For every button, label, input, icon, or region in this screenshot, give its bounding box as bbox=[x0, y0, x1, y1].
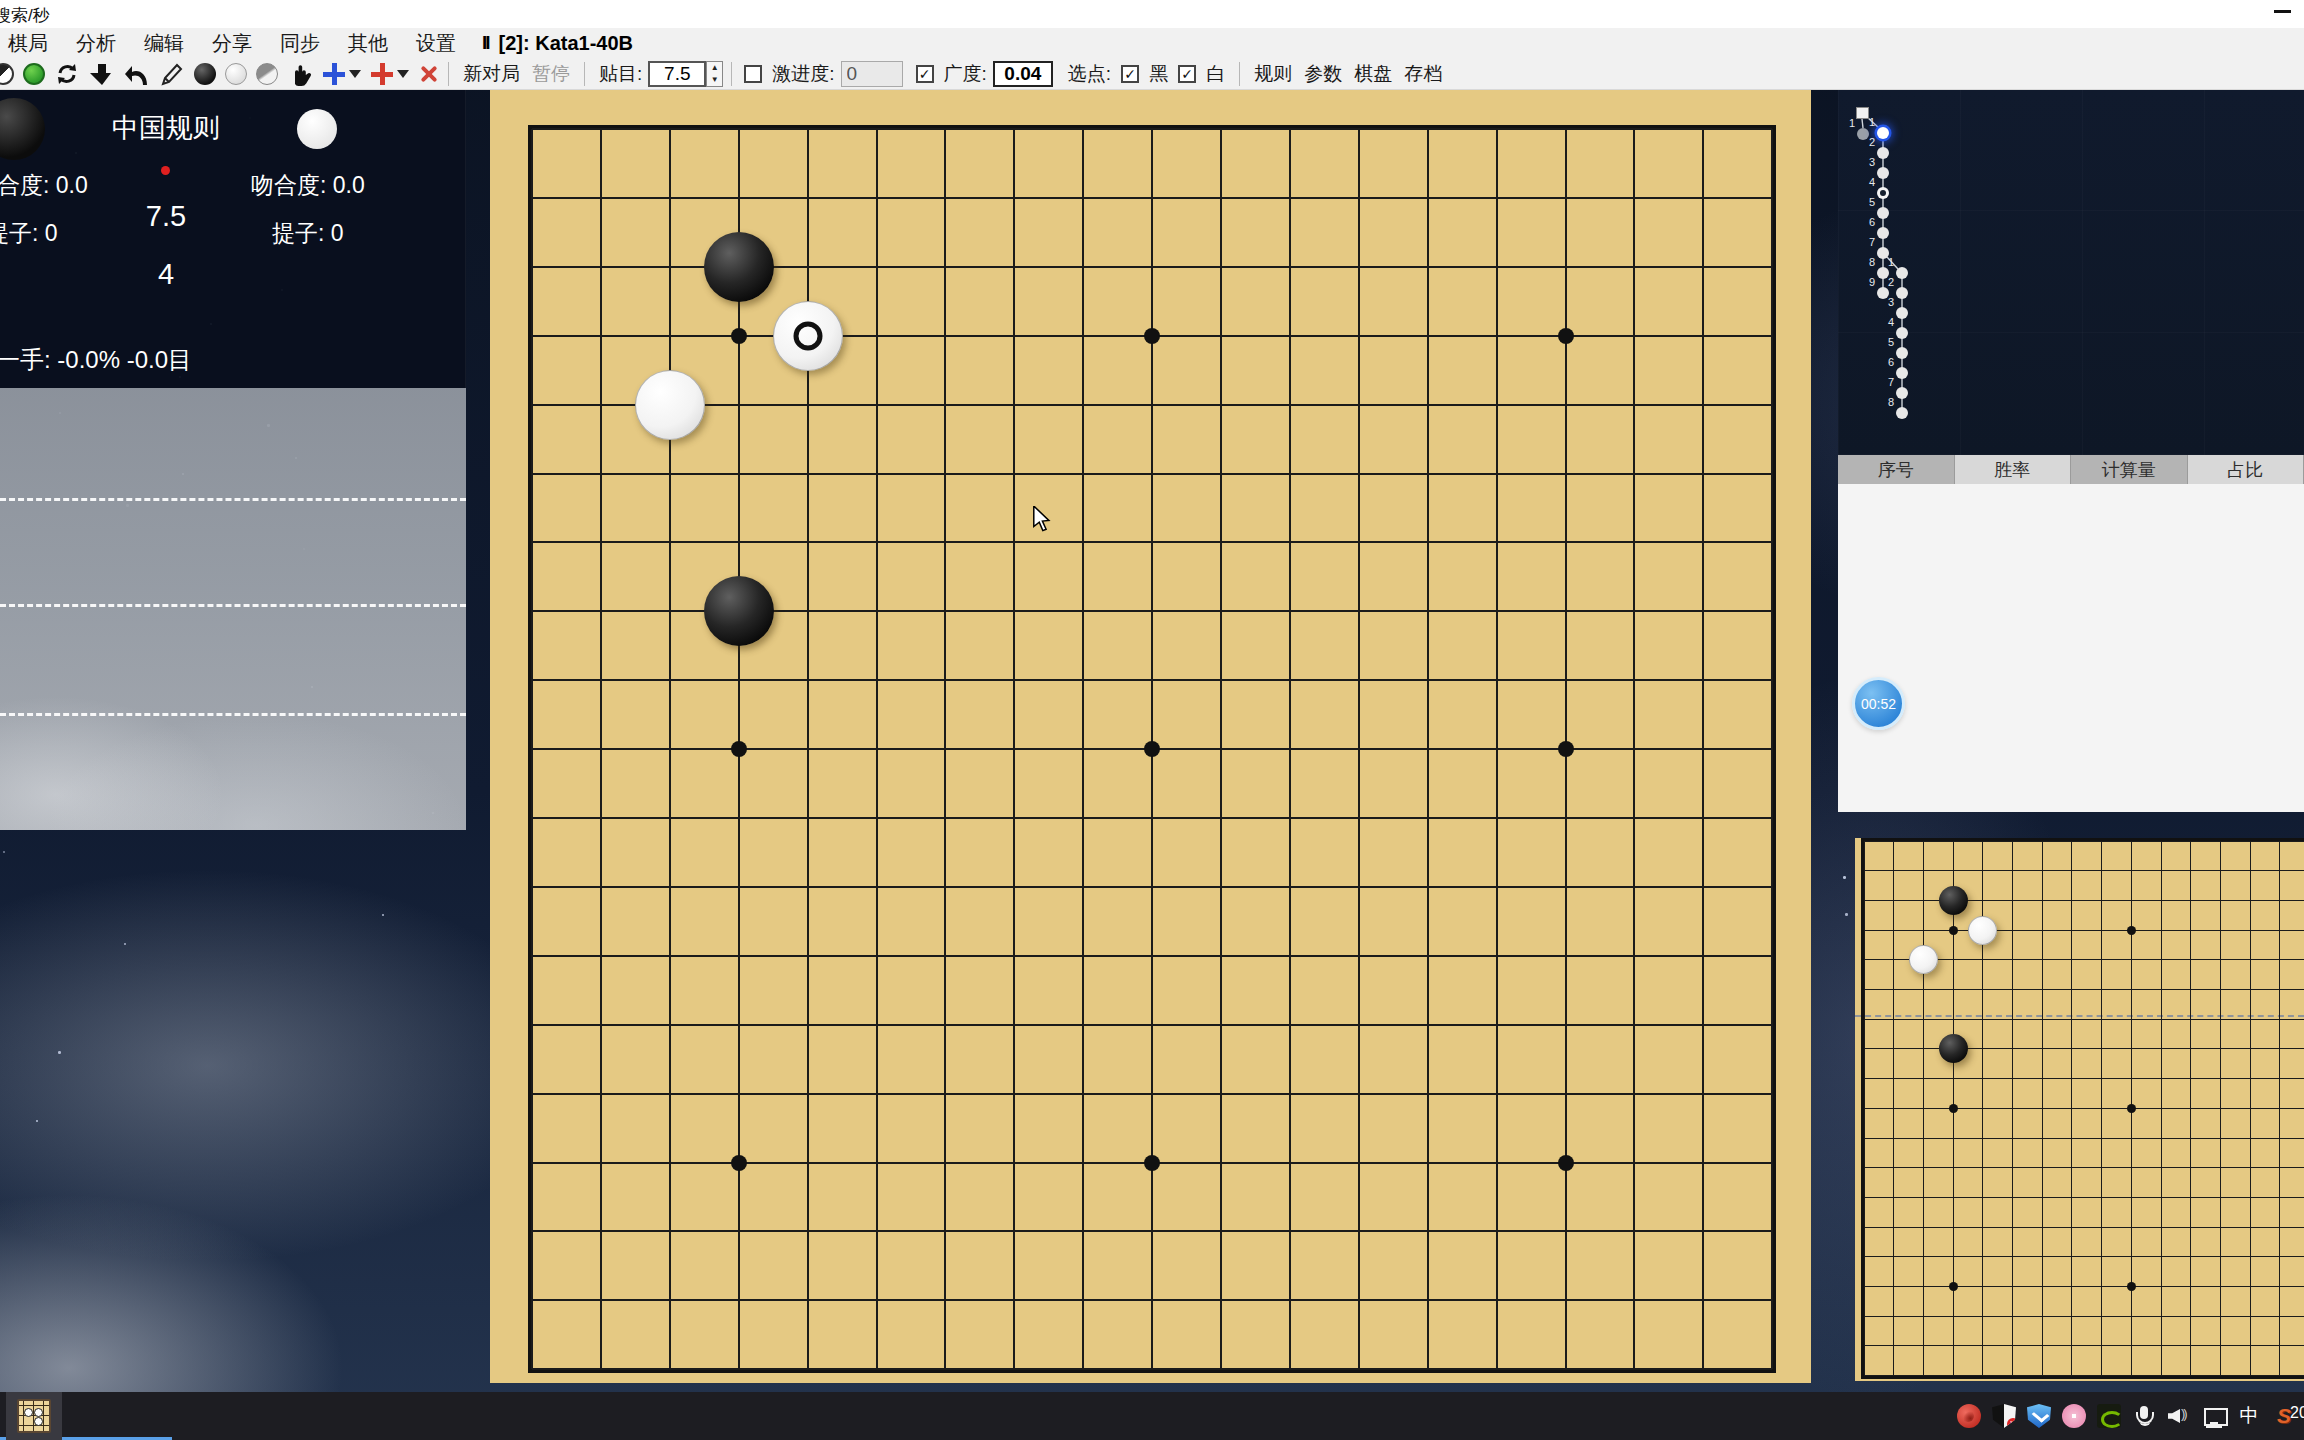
undo-icon[interactable] bbox=[124, 61, 150, 87]
star-point bbox=[2127, 926, 2136, 935]
tree-branch-move-8[interactable] bbox=[1896, 407, 1908, 419]
grid-line bbox=[1864, 1316, 2304, 1317]
grid-line bbox=[2250, 841, 2251, 1376]
tray-network-icon[interactable] bbox=[2202, 1404, 2226, 1428]
white-captures: 提子: 0 bbox=[272, 218, 344, 249]
star-point bbox=[2127, 1282, 2136, 1291]
search-rate-label: 搜索/秒 bbox=[0, 4, 50, 27]
menu-item-6[interactable]: 设置 bbox=[402, 30, 470, 57]
tree-node-label: 3 bbox=[1878, 296, 1894, 308]
taskbar-clock-fragment: 20 bbox=[2290, 1404, 2304, 1422]
menu-item-3[interactable]: 分享 bbox=[198, 30, 266, 57]
grid-line bbox=[1864, 1019, 2304, 1020]
timer-badge: 00:52 bbox=[1852, 677, 1905, 730]
tree-branch-move-3[interactable] bbox=[1896, 307, 1908, 319]
grid-line bbox=[532, 1024, 1772, 1026]
tree-node-label: 8 bbox=[1878, 396, 1894, 408]
grid-line bbox=[532, 1299, 1772, 1301]
move-tree-panel[interactable]: 112345678912345678 bbox=[1838, 90, 2304, 455]
grid-line bbox=[1864, 1286, 2304, 1287]
toolbar: 新对局 暂停 贴目: ▲▼ 激进度: ✓ 广度: 选点: ✓ 黑 ✓ 白 规则参… bbox=[0, 58, 2304, 90]
system-tray: ✕ 中 S bbox=[1957, 1392, 2296, 1440]
grid-line bbox=[1864, 930, 2304, 931]
grid-line bbox=[1864, 1048, 2304, 1049]
winrate-graph[interactable] bbox=[0, 388, 466, 830]
graph-gridline bbox=[0, 498, 466, 501]
grid-line bbox=[2161, 841, 2162, 1376]
tree-node-label: 1 bbox=[1878, 256, 1894, 268]
tray-nvidia-icon[interactable] bbox=[2097, 1404, 2121, 1428]
grid-line bbox=[1864, 1256, 2304, 1257]
breadth-label: 广度: bbox=[938, 61, 993, 87]
edit-pencil-icon[interactable] bbox=[159, 61, 185, 87]
go-board[interactable] bbox=[490, 90, 1811, 1383]
tray-microphone-icon[interactable] bbox=[2132, 1404, 2156, 1428]
stone-C15 bbox=[635, 370, 705, 440]
stone-D12 bbox=[1939, 1034, 1968, 1063]
grid-line bbox=[1864, 989, 2304, 990]
grid-line bbox=[532, 1230, 1772, 1232]
star-point bbox=[731, 328, 747, 344]
star-point bbox=[1949, 1104, 1958, 1113]
white-match-stat: 吻合度: 0.0 bbox=[251, 170, 365, 201]
grid-line bbox=[532, 886, 1772, 888]
toolbar-link-0[interactable]: 规则 bbox=[1248, 61, 1298, 87]
tree-move-2[interactable] bbox=[1877, 147, 1889, 159]
grid-line bbox=[1220, 129, 1222, 1369]
black-player-stone-icon bbox=[0, 98, 45, 160]
komi-label: 贴目: bbox=[593, 61, 648, 87]
last-move-marker bbox=[793, 321, 822, 350]
breadth-input[interactable] bbox=[993, 61, 1053, 87]
grid-line bbox=[1864, 1167, 2304, 1168]
tree-move-6[interactable] bbox=[1877, 227, 1889, 239]
tree-node-label: 2 bbox=[1878, 276, 1894, 288]
tree-node-label: 4 bbox=[1859, 176, 1875, 188]
grid-line bbox=[2279, 841, 2280, 1376]
stone-C15 bbox=[1909, 945, 1938, 974]
tree-branch-move-6[interactable] bbox=[1896, 367, 1908, 379]
tree-branch-move-7[interactable] bbox=[1896, 387, 1908, 399]
tree-node-label: 5 bbox=[1878, 336, 1894, 348]
grid-line bbox=[1427, 129, 1429, 1369]
tree-branch-move-4[interactable] bbox=[1896, 327, 1908, 339]
tray-speaker-icon[interactable] bbox=[2167, 1404, 2191, 1428]
menu-item-4[interactable]: 同步 bbox=[266, 30, 334, 57]
tree-node-label: 1 bbox=[1839, 117, 1855, 129]
hint-white-checkbox[interactable]: ✓ bbox=[1178, 65, 1196, 83]
new-game-button[interactable]: 新对局 bbox=[457, 61, 526, 87]
menu-item-5[interactable]: 其他 bbox=[334, 30, 402, 57]
menu-item-0[interactable]: 棋局 bbox=[0, 30, 62, 57]
grid-line bbox=[1702, 129, 1704, 1369]
rules-label: 中国规则 bbox=[90, 110, 242, 146]
star-point bbox=[2127, 1104, 2136, 1113]
grid-line bbox=[1864, 1227, 2304, 1228]
tree-move-4[interactable] bbox=[1877, 187, 1889, 199]
tray-ime-indicator[interactable]: 中 bbox=[2237, 1404, 2261, 1428]
blue-cross-dropdown-icon[interactable] bbox=[349, 70, 361, 78]
grid-line bbox=[1864, 900, 2304, 901]
star-point bbox=[731, 1155, 747, 1171]
aggression-label: 激进度: bbox=[766, 61, 840, 87]
tree-node-label: 6 bbox=[1859, 216, 1875, 228]
tree-branch-move-1[interactable] bbox=[1896, 267, 1908, 279]
drop-stone-icon[interactable] bbox=[89, 61, 115, 87]
delete-move-icon[interactable] bbox=[418, 63, 440, 85]
analysis-column-1[interactable]: 胜率 bbox=[1955, 455, 2072, 484]
tree-branch-move-2[interactable] bbox=[1896, 287, 1908, 299]
graph-gridline bbox=[0, 604, 466, 607]
rotate-icon[interactable] bbox=[54, 61, 80, 87]
breadth-checkbox[interactable]: ✓ bbox=[916, 65, 934, 83]
hint-white-label: 白 bbox=[1200, 61, 1231, 87]
star-point bbox=[1558, 328, 1574, 344]
engine-on-icon[interactable] bbox=[23, 63, 45, 85]
hints-label: 选点: bbox=[1062, 61, 1117, 87]
minimize-icon bbox=[2274, 10, 2291, 13]
grid-line bbox=[1864, 1345, 2304, 1346]
stone-E16 bbox=[773, 301, 843, 371]
tree-node-label: 3 bbox=[1859, 156, 1875, 168]
menu-item-2[interactable]: 编辑 bbox=[130, 30, 198, 57]
tree-move-1[interactable] bbox=[1877, 127, 1889, 139]
star-point bbox=[1558, 1155, 1574, 1171]
clear-board-icon[interactable] bbox=[0, 63, 14, 85]
pan-hand-icon[interactable] bbox=[287, 61, 313, 87]
red-cross-dropdown-icon[interactable] bbox=[397, 70, 409, 78]
grid-line bbox=[1289, 129, 1291, 1369]
analysis-table-header: 序号胜率计算量占比 bbox=[1838, 455, 2304, 484]
star-point bbox=[1558, 741, 1574, 757]
mouse-cursor bbox=[1030, 506, 1054, 532]
star-point bbox=[1144, 328, 1160, 344]
star-point bbox=[1949, 1282, 1958, 1291]
komi-input[interactable] bbox=[648, 61, 706, 87]
stone-D17 bbox=[704, 232, 774, 302]
black-captures: 提子: 0 bbox=[0, 218, 58, 249]
toolbar-link-1[interactable]: 参数 bbox=[1298, 61, 1348, 87]
analysis-column-3[interactable]: 占比 bbox=[2188, 455, 2304, 484]
analysis-column-2[interactable]: 计算量 bbox=[2071, 455, 2188, 484]
tree-node-label: 8 bbox=[1859, 256, 1875, 268]
tray-security-alert-icon[interactable]: ✕ bbox=[1992, 1404, 2016, 1428]
grid-line bbox=[1358, 129, 1360, 1369]
tray-flower-icon[interactable] bbox=[2062, 1404, 2086, 1428]
black-stone-icon[interactable] bbox=[194, 63, 216, 85]
grid-line bbox=[532, 817, 1772, 819]
white-stone-icon[interactable] bbox=[225, 63, 247, 85]
tree-node-label: 4 bbox=[1878, 316, 1894, 328]
grid-line bbox=[1633, 129, 1635, 1369]
grid-line bbox=[1864, 1078, 2304, 1079]
turn-indicator-dot bbox=[161, 166, 170, 175]
tree-branch-move-5[interactable] bbox=[1896, 347, 1908, 359]
aggression-checkbox[interactable] bbox=[744, 65, 762, 83]
menu-item-1[interactable]: 分析 bbox=[62, 30, 130, 57]
komi-value: 7.5 bbox=[136, 200, 196, 233]
tree-move-5[interactable] bbox=[1877, 207, 1889, 219]
add-white-move-icon[interactable] bbox=[370, 62, 394, 86]
move-number: 4 bbox=[136, 258, 196, 291]
tree-move-3[interactable] bbox=[1877, 167, 1889, 179]
menu-bar: 棋局分析编辑分享同步其他设置 II [2]: Kata1-40B bbox=[0, 28, 2304, 58]
menu-items: 棋局分析编辑分享同步其他设置 bbox=[0, 30, 470, 57]
tree-node-label: 7 bbox=[1859, 236, 1875, 248]
gray-stone-icon[interactable] bbox=[256, 63, 278, 85]
analysis-table-body: 00:52 bbox=[1838, 484, 2304, 812]
white-player-stone-icon bbox=[297, 109, 337, 149]
black-match-stat: 吻合度: 0.0 bbox=[0, 170, 88, 201]
stone-D12 bbox=[704, 576, 774, 646]
minimize-button[interactable] bbox=[2270, 2, 2296, 26]
toolbar-link-3[interactable]: 存档 bbox=[1398, 61, 1448, 87]
toolbar-link-2[interactable]: 棋盘 bbox=[1348, 61, 1398, 87]
tray-red-bird-icon[interactable] bbox=[1957, 1404, 1981, 1428]
grid-line bbox=[532, 1093, 1772, 1095]
grid-line bbox=[1864, 870, 2304, 871]
hint-black-checkbox[interactable]: ✓ bbox=[1121, 65, 1139, 83]
grid-line bbox=[1864, 1108, 2304, 1109]
tree-node-label: 9 bbox=[1859, 276, 1875, 288]
hint-black-label: 黑 bbox=[1143, 61, 1174, 87]
grid-line bbox=[532, 955, 1772, 957]
grid-line bbox=[1864, 841, 2304, 842]
pause-button[interactable]: 暂停 bbox=[526, 61, 576, 87]
go-app-icon bbox=[17, 1399, 51, 1433]
grid-line bbox=[1864, 1197, 2304, 1198]
add-black-move-icon[interactable] bbox=[322, 62, 346, 86]
tree-node-label: 1 bbox=[1859, 116, 1875, 128]
grid-line bbox=[2190, 841, 2191, 1376]
star-point bbox=[731, 741, 747, 757]
last-move-stat: 后一手: -0.0% -0.0目 bbox=[0, 344, 192, 376]
star-point bbox=[1144, 1155, 1160, 1171]
tray-blue-shield-icon[interactable] bbox=[2027, 1404, 2051, 1428]
tree-node-label: 5 bbox=[1859, 196, 1875, 208]
stone-E16 bbox=[1968, 916, 1997, 945]
tree-node-label: 6 bbox=[1878, 356, 1894, 368]
scoreboard-panel: 中国规则 吻合度: 0.0 吻合度: 0.0 7.5 提子: 0 提子: 0 4… bbox=[0, 90, 466, 388]
stone-D17 bbox=[1939, 886, 1968, 915]
grid-line bbox=[1496, 129, 1498, 1369]
grid-line bbox=[1771, 129, 1773, 1369]
analysis-column-0[interactable]: 序号 bbox=[1838, 455, 1955, 484]
star-point bbox=[1949, 926, 1958, 935]
grid-line bbox=[1864, 1375, 2304, 1376]
taskbar: ✕ 中 S bbox=[0, 1392, 2304, 1440]
tree-node-label: 7 bbox=[1878, 376, 1894, 388]
pause-indicator: II bbox=[482, 32, 489, 54]
komi-spinner[interactable]: ▲▼ bbox=[706, 61, 723, 87]
graph-gridline bbox=[0, 713, 466, 716]
grid-line bbox=[2220, 841, 2221, 1376]
title-bar: 搜索/秒 bbox=[0, 0, 2304, 28]
grid-line bbox=[1864, 1138, 2304, 1139]
preview-go-board[interactable] bbox=[1855, 838, 2304, 1381]
go-app-taskbar-button[interactable] bbox=[6, 1392, 62, 1440]
engine-title: [2]: Kata1-40B bbox=[499, 32, 633, 55]
grid-line bbox=[532, 1368, 1772, 1370]
aggression-input[interactable] bbox=[841, 61, 903, 87]
tree-node-label: 2 bbox=[1859, 136, 1875, 148]
